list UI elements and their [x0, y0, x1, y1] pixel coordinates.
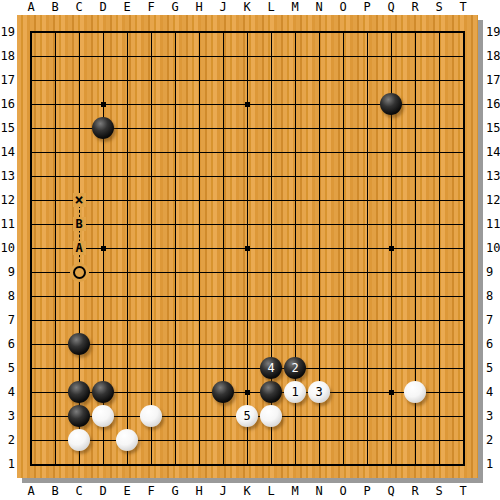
black-stone — [380, 93, 402, 115]
black-stone — [92, 381, 114, 403]
row-label-left-19: 19 — [0, 20, 15, 44]
move-number-3: 3 — [315, 386, 322, 398]
white-stone-C2 — [67, 428, 91, 452]
row-label-right-2: 2 — [486, 428, 500, 452]
black-stone — [68, 381, 90, 403]
row-label-left-15: 15 — [0, 116, 15, 140]
black-stone-D15 — [91, 116, 115, 140]
row-label-left-17: 17 — [0, 68, 15, 92]
star-dot — [245, 102, 250, 107]
col-label-bottom-A: A — [19, 484, 43, 498]
col-label-bottom-O: O — [331, 484, 355, 498]
circle-mark-C9 — [67, 260, 91, 284]
row-label-left-7: 7 — [0, 308, 15, 332]
star-point-D16 — [91, 92, 115, 116]
white-stone — [92, 405, 114, 427]
black-stone-C4 — [67, 380, 91, 404]
black-stone: 2 — [284, 357, 306, 379]
col-label-bottom-N: N — [307, 484, 331, 498]
col-label-top-B: B — [43, 0, 67, 15]
col-label-top-P: P — [355, 0, 379, 15]
row-label-right-11: 11 — [486, 212, 500, 236]
col-label-bottom-T: T — [451, 484, 475, 498]
black-stone — [92, 117, 114, 139]
col-label-top-H: H — [187, 0, 211, 15]
black-stone: 4 — [260, 357, 282, 379]
row-label-right-8: 8 — [486, 284, 500, 308]
col-label-top-A: A — [19, 0, 43, 15]
letter-mark-A-C10: A — [67, 236, 91, 260]
col-label-top-D: D — [91, 0, 115, 15]
move-number-4: 4 — [267, 362, 274, 374]
row-label-left-16: 16 — [0, 92, 15, 116]
row-label-left-12: 12 — [0, 188, 15, 212]
row-label-left-8: 8 — [0, 284, 15, 308]
black-stone-C3 — [67, 404, 91, 428]
white-stone — [68, 429, 90, 451]
go-board: ×BA42513 — [17, 15, 478, 478]
column-labels-top: ABCDEFGHJKLMNOPQRST — [19, 0, 475, 15]
white-stone-R4 — [403, 380, 427, 404]
white-stone-F3 — [139, 404, 163, 428]
col-label-bottom-M: M — [283, 484, 307, 498]
col-label-top-S: S — [427, 0, 451, 15]
white-stone-M4: 1 — [283, 380, 307, 404]
x-mark-C12: × — [67, 188, 91, 212]
white-stone — [116, 429, 138, 451]
col-label-top-R: R — [403, 0, 427, 15]
black-stone-J4 — [211, 380, 235, 404]
col-label-bottom-H: H — [187, 484, 211, 498]
row-label-right-5: 5 — [486, 356, 500, 380]
white-stone — [140, 405, 162, 427]
col-label-top-Q: Q — [379, 0, 403, 15]
row-labels-right: 19181716151413121110987654321 — [486, 20, 500, 476]
col-label-bottom-K: K — [235, 484, 259, 498]
row-label-right-9: 9 — [486, 260, 500, 284]
white-stone-E2 — [115, 428, 139, 452]
row-label-left-5: 5 — [0, 356, 15, 380]
black-stone-D4 — [91, 380, 115, 404]
col-label-bottom-J: J — [211, 484, 235, 498]
star-point-Q4 — [379, 380, 403, 404]
col-label-bottom-R: R — [403, 484, 427, 498]
col-label-bottom-S: S — [427, 484, 451, 498]
star-dot — [389, 390, 394, 395]
white-stone: 3 — [308, 381, 330, 403]
col-label-bottom-D: D — [91, 484, 115, 498]
col-label-top-M: M — [283, 0, 307, 15]
row-label-left-6: 6 — [0, 332, 15, 356]
col-label-bottom-G: G — [163, 484, 187, 498]
white-stone — [260, 405, 282, 427]
row-label-right-16: 16 — [486, 92, 500, 116]
row-label-right-6: 6 — [486, 332, 500, 356]
row-label-left-4: 4 — [0, 380, 15, 404]
black-stone-L5: 4 — [259, 356, 283, 380]
row-label-right-19: 19 — [486, 20, 500, 44]
star-point-K4 — [235, 380, 259, 404]
star-point-D10 — [91, 236, 115, 260]
col-label-top-O: O — [331, 0, 355, 15]
x-mark-glyph: × — [73, 193, 86, 207]
black-stone-C6 — [67, 332, 91, 356]
row-label-right-17: 17 — [486, 68, 500, 92]
col-label-bottom-F: F — [139, 484, 163, 498]
white-stone-L3 — [259, 404, 283, 428]
col-label-bottom-Q: Q — [379, 484, 403, 498]
row-label-left-2: 2 — [0, 428, 15, 452]
star-point-Q10 — [379, 236, 403, 260]
col-label-bottom-L: L — [259, 484, 283, 498]
col-label-bottom-C: C — [67, 484, 91, 498]
row-label-right-10: 10 — [486, 236, 500, 260]
row-label-left-1: 1 — [0, 452, 15, 476]
white-stone: 5 — [236, 405, 258, 427]
black-stone-M5: 2 — [283, 356, 307, 380]
col-label-top-C: C — [67, 0, 91, 15]
star-point-K10 — [235, 236, 259, 260]
col-label-bottom-P: P — [355, 484, 379, 498]
star-dot — [101, 246, 106, 251]
star-dot — [245, 246, 250, 251]
row-label-left-3: 3 — [0, 404, 15, 428]
letter-mark-B-C11: B — [67, 212, 91, 236]
move-number-1: 1 — [291, 386, 298, 398]
star-dot — [389, 246, 394, 251]
black-stone — [260, 381, 282, 403]
col-label-top-K: K — [235, 0, 259, 15]
row-label-right-15: 15 — [486, 116, 500, 140]
black-stone-L4 — [259, 380, 283, 404]
col-label-top-E: E — [115, 0, 139, 15]
row-label-right-4: 4 — [486, 380, 500, 404]
black-stone — [212, 381, 234, 403]
col-label-top-F: F — [139, 0, 163, 15]
row-label-left-11: 11 — [0, 212, 15, 236]
col-label-top-N: N — [307, 0, 331, 15]
col-label-top-J: J — [211, 0, 235, 15]
col-label-bottom-B: B — [43, 484, 67, 498]
row-label-right-7: 7 — [486, 308, 500, 332]
white-stone: 1 — [284, 381, 306, 403]
row-label-left-9: 9 — [0, 260, 15, 284]
board-intersections: ×BA42513 — [19, 20, 475, 476]
star-dot — [101, 102, 106, 107]
white-stone-K3: 5 — [235, 404, 259, 428]
row-label-right-18: 18 — [486, 44, 500, 68]
black-stone — [68, 405, 90, 427]
white-stone — [404, 381, 426, 403]
move-number-2: 2 — [291, 362, 298, 374]
black-stone-Q16 — [379, 92, 403, 116]
star-dot — [245, 390, 250, 395]
letter-mark-label: B — [73, 217, 86, 231]
col-label-top-L: L — [259, 0, 283, 15]
move-number-5: 5 — [243, 410, 250, 422]
go-diagram-page: ×BA42513 ABCDEFGHJKLMNOPQRST ABCDEFGHJKL… — [0, 0, 500, 500]
row-label-right-14: 14 — [486, 140, 500, 164]
star-point-K16 — [235, 92, 259, 116]
letter-mark-label: A — [73, 241, 86, 255]
row-label-right-13: 13 — [486, 164, 500, 188]
white-stone-N4: 3 — [307, 380, 331, 404]
row-label-left-18: 18 — [0, 44, 15, 68]
row-label-right-12: 12 — [486, 188, 500, 212]
row-label-left-14: 14 — [0, 140, 15, 164]
circle-mark-ring — [73, 266, 86, 279]
row-labels-left: 19181716151413121110987654321 — [0, 20, 15, 476]
col-label-top-T: T — [451, 0, 475, 15]
row-label-left-10: 10 — [0, 236, 15, 260]
row-label-right-1: 1 — [486, 452, 500, 476]
row-label-right-3: 3 — [486, 404, 500, 428]
column-labels-bottom: ABCDEFGHJKLMNOPQRST — [19, 484, 475, 498]
white-stone-D3 — [91, 404, 115, 428]
col-label-bottom-E: E — [115, 484, 139, 498]
black-stone — [68, 333, 90, 355]
col-label-top-G: G — [163, 0, 187, 15]
row-label-left-13: 13 — [0, 164, 15, 188]
